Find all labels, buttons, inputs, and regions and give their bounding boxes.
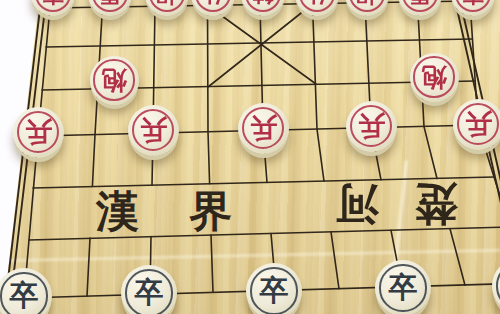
piece-character: 兵: [453, 99, 500, 150]
piece-red-chariot-a1[interactable]: 車: [31, 0, 75, 16]
piece-red-general-e1[interactable]: 帥: [241, 0, 285, 16]
piece-character: 兵: [346, 101, 397, 152]
river-label-hanjie: 漢界: [96, 183, 282, 241]
piece-character: 馬: [398, 0, 442, 16]
piece-red-soldier-a4[interactable]: 兵: [13, 107, 64, 158]
piece-character: 仕: [295, 0, 339, 16]
piece-black-soldier-e7[interactable]: 卒: [246, 263, 302, 314]
piece-red-soldier-e4[interactable]: 兵: [238, 103, 289, 154]
piece-character: 相: [145, 0, 189, 16]
piece-character: 兵: [13, 107, 64, 158]
piece-character: 炮: [410, 53, 459, 102]
piece-character: 卒: [375, 260, 431, 314]
piece-character: 卒: [121, 265, 177, 314]
piece-character: 仕: [191, 0, 235, 16]
piece-character: 卒: [492, 258, 500, 314]
piece-red-elephant-g1[interactable]: 相: [345, 0, 389, 16]
piece-red-horse-h1[interactable]: 馬: [398, 0, 442, 16]
piece-red-chariot-i1[interactable]: 車: [451, 0, 495, 16]
piece-black-soldier-c7[interactable]: 卒: [121, 265, 177, 314]
piece-black-soldier-g7[interactable]: 卒: [375, 260, 431, 314]
xiangqi-photo: 漢界 楚河 車馬相仕帥仕相馬車炮炮兵兵兵兵兵卒卒卒卒卒: [0, 0, 500, 314]
piece-character: 卒: [246, 263, 302, 314]
piece-character: 相: [345, 0, 389, 16]
piece-character: 車: [31, 0, 75, 16]
piece-red-elephant-c1[interactable]: 相: [145, 0, 189, 16]
piece-character: 兵: [128, 105, 179, 156]
piece-black-soldier-i7[interactable]: 卒: [492, 258, 500, 314]
piece-character: 帥: [241, 0, 285, 16]
piece-red-cannon-b3[interactable]: 炮: [90, 56, 139, 105]
piece-character: 卒: [0, 268, 52, 314]
piece-red-soldier-c4[interactable]: 兵: [128, 105, 179, 156]
piece-character: 兵: [238, 103, 289, 154]
piece-red-cannon-h3[interactable]: 炮: [410, 53, 459, 102]
piece-red-soldier-i4[interactable]: 兵: [453, 99, 500, 150]
piece-character: 炮: [90, 56, 139, 105]
piece-red-soldier-g4[interactable]: 兵: [346, 101, 397, 152]
piece-black-soldier-a7[interactable]: 卒: [0, 268, 52, 314]
river-label-chuhe: 楚河: [318, 183, 458, 233]
piece-red-advisor-d1[interactable]: 仕: [191, 0, 235, 16]
piece-red-advisor-f1[interactable]: 仕: [295, 0, 339, 16]
piece-red-horse-b1[interactable]: 馬: [88, 0, 132, 16]
piece-character: 馬: [88, 0, 132, 16]
piece-character: 車: [451, 0, 495, 16]
